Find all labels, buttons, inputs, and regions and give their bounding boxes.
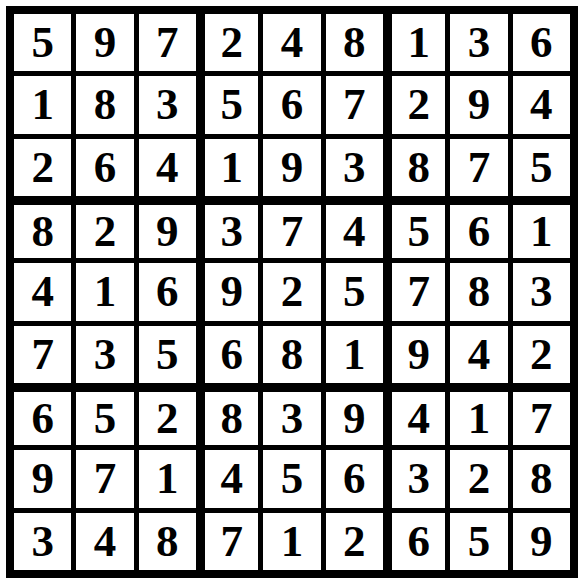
- cell-r9c3[interactable]: 8: [139, 513, 196, 570]
- cell-r7c2[interactable]: 5: [76, 388, 133, 445]
- cell-r4c8[interactable]: 6: [450, 201, 507, 258]
- cell-r8c2[interactable]: 7: [76, 450, 133, 507]
- cell-r6c2[interactable]: 3: [76, 326, 133, 383]
- cell-r1c9[interactable]: 6: [513, 14, 570, 71]
- cell-r1c3[interactable]: 7: [139, 14, 196, 71]
- cell-r5c9[interactable]: 3: [513, 263, 570, 320]
- cell-r6c6[interactable]: 1: [326, 326, 383, 383]
- cell-r6c8[interactable]: 4: [450, 326, 507, 383]
- cell-r9c2[interactable]: 4: [76, 513, 133, 570]
- cell-r5c8[interactable]: 8: [450, 263, 507, 320]
- cell-r1c5[interactable]: 4: [263, 14, 320, 71]
- cell-r9c5[interactable]: 1: [263, 513, 320, 570]
- cell-r7c6[interactable]: 9: [326, 388, 383, 445]
- cell-r4c9[interactable]: 1: [513, 201, 570, 258]
- cell-r5c2[interactable]: 1: [76, 263, 133, 320]
- cell-r6c5[interactable]: 8: [263, 326, 320, 383]
- cell-r2c7[interactable]: 2: [388, 76, 445, 133]
- cell-r6c7[interactable]: 9: [388, 326, 445, 383]
- cell-r2c9[interactable]: 4: [513, 76, 570, 133]
- cell-r4c7[interactable]: 5: [388, 201, 445, 258]
- cell-r7c4[interactable]: 8: [201, 388, 258, 445]
- cell-r2c6[interactable]: 7: [326, 76, 383, 133]
- cell-r6c9[interactable]: 2: [513, 326, 570, 383]
- cell-r6c4[interactable]: 6: [201, 326, 258, 383]
- cell-r4c6[interactable]: 4: [326, 201, 383, 258]
- cell-r9c4[interactable]: 7: [201, 513, 258, 570]
- cell-r8c8[interactable]: 2: [450, 450, 507, 507]
- cell-r7c9[interactable]: 7: [513, 388, 570, 445]
- cell-r9c6[interactable]: 2: [326, 513, 383, 570]
- cell-r3c4[interactable]: 1: [201, 139, 258, 196]
- cell-r1c6[interactable]: 8: [326, 14, 383, 71]
- cell-r7c8[interactable]: 1: [450, 388, 507, 445]
- cell-r3c8[interactable]: 7: [450, 139, 507, 196]
- cell-r5c7[interactable]: 7: [388, 263, 445, 320]
- cell-r8c4[interactable]: 4: [201, 450, 258, 507]
- cell-r6c1[interactable]: 7: [14, 326, 71, 383]
- cell-r7c1[interactable]: 6: [14, 388, 71, 445]
- cell-r4c3[interactable]: 9: [139, 201, 196, 258]
- cell-r5c5[interactable]: 2: [263, 263, 320, 320]
- cell-r1c7[interactable]: 1: [388, 14, 445, 71]
- cell-r4c5[interactable]: 7: [263, 201, 320, 258]
- cell-r7c3[interactable]: 2: [139, 388, 196, 445]
- cell-r7c7[interactable]: 4: [388, 388, 445, 445]
- cell-r4c2[interactable]: 2: [76, 201, 133, 258]
- cell-r7c5[interactable]: 3: [263, 388, 320, 445]
- cell-r3c6[interactable]: 3: [326, 139, 383, 196]
- cell-r6c3[interactable]: 5: [139, 326, 196, 383]
- cell-r9c9[interactable]: 9: [513, 513, 570, 570]
- cell-r8c3[interactable]: 1: [139, 450, 196, 507]
- cell-r3c2[interactable]: 6: [76, 139, 133, 196]
- cell-r8c7[interactable]: 3: [388, 450, 445, 507]
- cell-r2c1[interactable]: 1: [14, 76, 71, 133]
- cell-r4c4[interactable]: 3: [201, 201, 258, 258]
- cell-r3c5[interactable]: 9: [263, 139, 320, 196]
- cell-r2c4[interactable]: 5: [201, 76, 258, 133]
- cell-r9c1[interactable]: 3: [14, 513, 71, 570]
- cell-r8c5[interactable]: 5: [263, 450, 320, 507]
- cell-r9c7[interactable]: 6: [388, 513, 445, 570]
- cell-r2c8[interactable]: 9: [450, 76, 507, 133]
- cell-r3c9[interactable]: 5: [513, 139, 570, 196]
- cell-r4c1[interactable]: 8: [14, 201, 71, 258]
- cell-r1c2[interactable]: 9: [76, 14, 133, 71]
- cell-r1c1[interactable]: 5: [14, 14, 71, 71]
- cell-r9c8[interactable]: 5: [450, 513, 507, 570]
- cell-r3c1[interactable]: 2: [14, 139, 71, 196]
- cell-r1c4[interactable]: 2: [201, 14, 258, 71]
- cell-r2c3[interactable]: 3: [139, 76, 196, 133]
- cell-r8c9[interactable]: 8: [513, 450, 570, 507]
- cell-r8c6[interactable]: 6: [326, 450, 383, 507]
- cell-r5c1[interactable]: 4: [14, 263, 71, 320]
- page: 5972481361835672942641938758293745614169…: [0, 6, 584, 584]
- cell-r5c4[interactable]: 9: [201, 263, 258, 320]
- sudoku-board: 5972481361835672942641938758293745614169…: [6, 6, 578, 578]
- cell-r3c3[interactable]: 4: [139, 139, 196, 196]
- cell-r2c5[interactable]: 6: [263, 76, 320, 133]
- cell-r3c7[interactable]: 8: [388, 139, 445, 196]
- cell-r2c2[interactable]: 8: [76, 76, 133, 133]
- cell-r5c3[interactable]: 6: [139, 263, 196, 320]
- cell-r5c6[interactable]: 5: [326, 263, 383, 320]
- cell-r1c8[interactable]: 3: [450, 14, 507, 71]
- cell-r8c1[interactable]: 9: [14, 450, 71, 507]
